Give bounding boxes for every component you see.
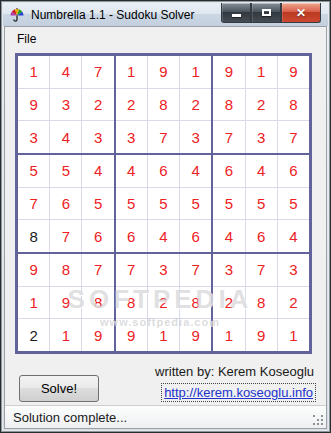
sudoku-cell-r3c3[interactable]: 3 [82, 121, 113, 153]
sudoku-cell-r8c4[interactable]: 8 [116, 287, 147, 319]
sudoku-cell-r3c9[interactable]: 7 [278, 121, 309, 153]
sudoku-cell-r6c7[interactable]: 4 [213, 220, 244, 252]
sudoku-cell-r6c1[interactable]: 8 [18, 220, 49, 252]
sudoku-block: 147932343 [17, 55, 115, 154]
solve-button[interactable]: Solve! [19, 375, 99, 402]
caption-buttons: ✕ [221, 3, 321, 23]
sudoku-cell-r1c4[interactable]: 1 [116, 56, 147, 88]
sudoku-cell-r1c8[interactable]: 1 [246, 56, 277, 88]
app-window: Numbrella 1.1 - Sudoku Solver ✕ File 147… [0, 0, 331, 433]
menu-bar: File [5, 27, 326, 51]
sudoku-cell-r5c1[interactable]: 7 [18, 188, 49, 220]
sudoku-cell-r8c7[interactable]: 2 [213, 287, 244, 319]
sudoku-grid: 1479323431912823739198287375547658764645… [15, 53, 312, 354]
sudoku-cell-r3c1[interactable]: 3 [18, 121, 49, 153]
sudoku-cell-r1c3[interactable]: 7 [82, 56, 113, 88]
close-icon: ✕ [296, 7, 306, 19]
sudoku-board: 1479323431912823739198287375547658764645… [15, 53, 312, 354]
sudoku-cell-r3c2[interactable]: 4 [50, 121, 81, 153]
sudoku-cell-r4c1[interactable]: 5 [18, 155, 49, 187]
sudoku-cell-r4c8[interactable]: 4 [246, 155, 277, 187]
sudoku-cell-r2c1[interactable]: 9 [18, 89, 49, 121]
sudoku-block: 737828919 [115, 253, 213, 352]
author-website-link[interactable]: http://kerem.koseoglu.info [161, 383, 316, 402]
sudoku-cell-r8c8[interactable]: 8 [246, 287, 277, 319]
sudoku-cell-r5c9[interactable]: 5 [278, 188, 309, 220]
status-text: Solution complete... [13, 410, 127, 425]
sudoku-cell-r6c5[interactable]: 4 [148, 220, 179, 252]
author-credit: written by: Kerem Koseoglu [155, 364, 314, 379]
sudoku-cell-r5c8[interactable]: 5 [246, 188, 277, 220]
sudoku-cell-r4c9[interactable]: 6 [278, 155, 309, 187]
sudoku-cell-r1c6[interactable]: 1 [180, 56, 211, 88]
sudoku-cell-r2c7[interactable]: 8 [213, 89, 244, 121]
sudoku-cell-r2c4[interactable]: 2 [116, 89, 147, 121]
sudoku-cell-r5c7[interactable]: 5 [213, 188, 244, 220]
sudoku-cell-r3c6[interactable]: 3 [180, 121, 211, 153]
sudoku-cell-r5c3[interactable]: 5 [82, 188, 113, 220]
sudoku-cell-r7c9[interactable]: 3 [278, 254, 309, 286]
sudoku-cell-r3c7[interactable]: 7 [213, 121, 244, 153]
sudoku-cell-r8c2[interactable]: 9 [50, 287, 81, 319]
sudoku-cell-r9c2[interactable]: 1 [50, 319, 81, 351]
sudoku-block: 919828737 [212, 55, 310, 154]
sudoku-block: 373282191 [212, 253, 310, 352]
sudoku-cell-r5c2[interactable]: 6 [50, 188, 81, 220]
sudoku-cell-r3c8[interactable]: 3 [246, 121, 277, 153]
sudoku-cell-r8c5[interactable]: 2 [148, 287, 179, 319]
sudoku-cell-r9c4[interactable]: 9 [116, 319, 147, 351]
sudoku-cell-r6c6[interactable]: 6 [180, 220, 211, 252]
sudoku-cell-r7c4[interactable]: 7 [116, 254, 147, 286]
sudoku-cell-r9c3[interactable]: 9 [82, 319, 113, 351]
sudoku-cell-r1c9[interactable]: 9 [278, 56, 309, 88]
menu-item-file[interactable]: File [10, 32, 43, 46]
sudoku-cell-r7c6[interactable]: 7 [180, 254, 211, 286]
sudoku-cell-r7c2[interactable]: 8 [50, 254, 81, 286]
sudoku-cell-r7c1[interactable]: 9 [18, 254, 49, 286]
sudoku-cell-r2c8[interactable]: 2 [246, 89, 277, 121]
maximize-button[interactable] [251, 3, 281, 23]
sudoku-cell-r2c3[interactable]: 2 [82, 89, 113, 121]
sudoku-cell-r7c3[interactable]: 7 [82, 254, 113, 286]
sudoku-block: 191282373 [115, 55, 213, 154]
sudoku-cell-r9c5[interactable]: 1 [148, 319, 179, 351]
sudoku-cell-r6c4[interactable]: 6 [116, 220, 147, 252]
sudoku-block: 987198219 [17, 253, 115, 352]
sudoku-block: 464555646 [115, 154, 213, 253]
sudoku-cell-r8c3[interactable]: 8 [82, 287, 113, 319]
sudoku-cell-r9c1[interactable]: 2 [18, 319, 49, 351]
sudoku-cell-r6c2[interactable]: 7 [50, 220, 81, 252]
sudoku-cell-r6c9[interactable]: 4 [278, 220, 309, 252]
sudoku-cell-r1c5[interactable]: 9 [148, 56, 179, 88]
sudoku-cell-r5c6[interactable]: 5 [180, 188, 211, 220]
sudoku-cell-r8c9[interactable]: 2 [278, 287, 309, 319]
sudoku-cell-r4c2[interactable]: 5 [50, 155, 81, 187]
sudoku-cell-r1c2[interactable]: 4 [50, 56, 81, 88]
sudoku-cell-r7c5[interactable]: 3 [148, 254, 179, 286]
sudoku-cell-r9c8[interactable]: 9 [246, 319, 277, 351]
sudoku-cell-r2c5[interactable]: 8 [148, 89, 179, 121]
sudoku-cell-r6c8[interactable]: 6 [246, 220, 277, 252]
status-bar: Solution complete... [5, 405, 326, 428]
sudoku-cell-r4c5[interactable]: 6 [148, 155, 179, 187]
sudoku-cell-r4c6[interactable]: 4 [180, 155, 211, 187]
sudoku-cell-r6c3[interactable]: 6 [82, 220, 113, 252]
sudoku-cell-r2c2[interactable]: 3 [50, 89, 81, 121]
sudoku-cell-r4c4[interactable]: 4 [116, 155, 147, 187]
sudoku-cell-r8c1[interactable]: 1 [18, 287, 49, 319]
sudoku-cell-r9c9[interactable]: 1 [278, 319, 309, 351]
sudoku-cell-r7c8[interactable]: 7 [246, 254, 277, 286]
sudoku-cell-r2c9[interactable]: 8 [278, 89, 309, 121]
sudoku-cell-r4c3[interactable]: 4 [82, 155, 113, 187]
sudoku-cell-r2c6[interactable]: 2 [180, 89, 211, 121]
sudoku-cell-r3c4[interactable]: 3 [116, 121, 147, 153]
sudoku-cell-r4c7[interactable]: 6 [213, 155, 244, 187]
sudoku-cell-r3c5[interactable]: 7 [148, 121, 179, 153]
minimize-button[interactable] [221, 3, 251, 23]
sudoku-cell-r1c1[interactable]: 1 [18, 56, 49, 88]
resize-grip-icon[interactable] [312, 414, 324, 426]
client-area: File 14793234319128237391982873755476587… [4, 26, 327, 429]
maximize-icon [262, 9, 271, 16]
close-button[interactable]: ✕ [281, 3, 321, 23]
sudoku-cell-r7c7[interactable]: 3 [213, 254, 244, 286]
sudoku-cell-r9c6[interactable]: 9 [180, 319, 211, 351]
window-title: Numbrella 1.1 - Sudoku Solver [31, 8, 194, 22]
sudoku-cell-r5c4[interactable]: 5 [116, 188, 147, 220]
umbrella-icon [9, 7, 25, 23]
sudoku-cell-r5c5[interactable]: 5 [148, 188, 179, 220]
minimize-icon [232, 14, 241, 17]
sudoku-block: 646555464 [212, 154, 310, 253]
sudoku-cell-r8c6[interactable]: 8 [180, 287, 211, 319]
sudoku-cell-r1c7[interactable]: 9 [213, 56, 244, 88]
sudoku-block: 554765876 [17, 154, 115, 253]
sudoku-cell-r9c7[interactable]: 1 [213, 319, 244, 351]
title-bar[interactable]: Numbrella 1.1 - Sudoku Solver ✕ [3, 3, 328, 26]
